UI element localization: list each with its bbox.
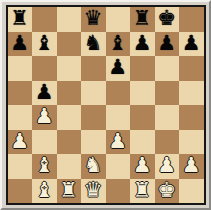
square-c8[interactable] xyxy=(57,7,82,32)
square-g6[interactable] xyxy=(155,56,180,81)
square-d2[interactable]: ♞ xyxy=(81,154,106,179)
chess-board: ♜♛♜♚♟♝♞♝♟♟♟♟♟♟♟♟♝♞♟♟♟♝♜♛♜♚ xyxy=(6,5,206,205)
square-d8[interactable]: ♛ xyxy=(81,7,106,32)
piece-white-pawn[interactable]: ♟ xyxy=(10,130,29,154)
square-c1[interactable]: ♜ xyxy=(57,179,82,204)
square-e3[interactable]: ♟ xyxy=(106,130,131,155)
square-g8[interactable]: ♚ xyxy=(155,7,180,32)
square-h1[interactable] xyxy=(179,179,204,204)
square-b1[interactable]: ♝ xyxy=(32,179,57,204)
square-g3[interactable] xyxy=(155,130,180,155)
piece-black-queen[interactable]: ♛ xyxy=(84,7,103,31)
square-e4[interactable] xyxy=(106,105,131,130)
piece-white-bishop[interactable]: ♝ xyxy=(35,154,54,178)
square-d6[interactable] xyxy=(81,56,106,81)
square-b3[interactable] xyxy=(32,130,57,155)
square-c4[interactable] xyxy=(57,105,82,130)
square-h6[interactable] xyxy=(179,56,204,81)
square-c3[interactable] xyxy=(57,130,82,155)
piece-black-rook[interactable]: ♜ xyxy=(133,7,152,31)
square-g5[interactable] xyxy=(155,81,180,106)
square-h8[interactable] xyxy=(179,7,204,32)
piece-black-pawn[interactable]: ♟ xyxy=(133,32,152,56)
square-f3[interactable] xyxy=(130,130,155,155)
square-g4[interactable] xyxy=(155,105,180,130)
square-a4[interactable] xyxy=(8,105,33,130)
square-h3[interactable] xyxy=(179,130,204,155)
piece-white-pawn[interactable]: ♟ xyxy=(108,130,127,154)
piece-white-rook[interactable]: ♜ xyxy=(59,179,78,203)
piece-black-pawn[interactable]: ♟ xyxy=(182,32,201,56)
square-f1[interactable]: ♜ xyxy=(130,179,155,204)
piece-white-pawn[interactable]: ♟ xyxy=(133,154,152,178)
square-g1[interactable]: ♚ xyxy=(155,179,180,204)
square-e6[interactable]: ♟ xyxy=(106,56,131,81)
square-a5[interactable] xyxy=(8,81,33,106)
square-e1[interactable] xyxy=(106,179,131,204)
square-h4[interactable] xyxy=(179,105,204,130)
piece-white-pawn[interactable]: ♟ xyxy=(157,154,176,178)
square-c6[interactable] xyxy=(57,56,82,81)
board-frame: ♜♛♜♚♟♝♞♝♟♟♟♟♟♟♟♟♝♞♟♟♟♝♜♛♜♚ xyxy=(0,0,211,210)
square-e5[interactable] xyxy=(106,81,131,106)
square-e2[interactable] xyxy=(106,154,131,179)
piece-black-king[interactable]: ♚ xyxy=(157,7,176,31)
piece-black-pawn[interactable]: ♟ xyxy=(10,32,29,56)
square-b7[interactable]: ♝ xyxy=(32,32,57,57)
square-a8[interactable]: ♜ xyxy=(8,7,33,32)
square-c2[interactable] xyxy=(57,154,82,179)
square-f5[interactable] xyxy=(130,81,155,106)
square-b8[interactable] xyxy=(32,7,57,32)
square-e8[interactable] xyxy=(106,7,131,32)
piece-black-rook[interactable]: ♜ xyxy=(10,7,29,31)
piece-white-pawn[interactable]: ♟ xyxy=(182,154,201,178)
piece-black-knight[interactable]: ♞ xyxy=(84,32,103,56)
piece-white-pawn[interactable]: ♟ xyxy=(35,105,54,129)
square-f4[interactable] xyxy=(130,105,155,130)
piece-black-pawn[interactable]: ♟ xyxy=(157,32,176,56)
square-d1[interactable]: ♛ xyxy=(81,179,106,204)
piece-black-pawn[interactable]: ♟ xyxy=(35,81,54,105)
square-g2[interactable]: ♟ xyxy=(155,154,180,179)
square-f8[interactable]: ♜ xyxy=(130,7,155,32)
square-b4[interactable]: ♟ xyxy=(32,105,57,130)
square-a3[interactable]: ♟ xyxy=(8,130,33,155)
square-b2[interactable]: ♝ xyxy=(32,154,57,179)
square-h5[interactable] xyxy=(179,81,204,106)
square-a1[interactable] xyxy=(8,179,33,204)
square-b6[interactable] xyxy=(32,56,57,81)
square-f6[interactable] xyxy=(130,56,155,81)
square-e7[interactable]: ♝ xyxy=(106,32,131,57)
piece-black-bishop[interactable]: ♝ xyxy=(35,32,54,56)
square-b5[interactable]: ♟ xyxy=(32,81,57,106)
square-d3[interactable] xyxy=(81,130,106,155)
square-d4[interactable] xyxy=(81,105,106,130)
square-f7[interactable]: ♟ xyxy=(130,32,155,57)
square-f2[interactable]: ♟ xyxy=(130,154,155,179)
square-h7[interactable]: ♟ xyxy=(179,32,204,57)
square-c7[interactable] xyxy=(57,32,82,57)
square-d5[interactable] xyxy=(81,81,106,106)
square-c5[interactable] xyxy=(57,81,82,106)
square-g7[interactable]: ♟ xyxy=(155,32,180,57)
piece-white-king[interactable]: ♚ xyxy=(157,179,176,203)
piece-black-pawn[interactable]: ♟ xyxy=(108,56,127,80)
square-h2[interactable]: ♟ xyxy=(179,154,204,179)
square-a7[interactable]: ♟ xyxy=(8,32,33,57)
square-a2[interactable] xyxy=(8,154,33,179)
piece-white-queen[interactable]: ♛ xyxy=(84,179,103,203)
piece-white-rook[interactable]: ♜ xyxy=(133,179,152,203)
piece-white-knight[interactable]: ♞ xyxy=(84,154,103,178)
square-d7[interactable]: ♞ xyxy=(81,32,106,57)
piece-white-bishop[interactable]: ♝ xyxy=(35,179,54,203)
square-a6[interactable] xyxy=(8,56,33,81)
piece-black-bishop[interactable]: ♝ xyxy=(108,32,127,56)
